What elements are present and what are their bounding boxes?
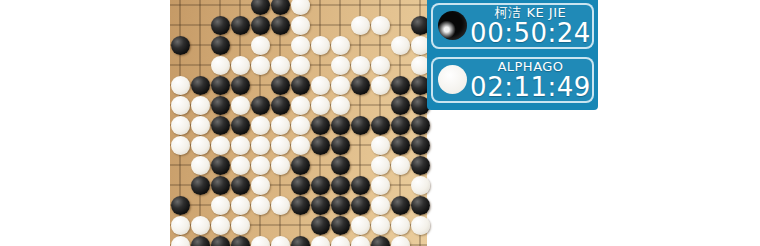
white-stone (171, 76, 190, 95)
black-stone (331, 136, 350, 155)
white-stone (251, 136, 270, 155)
black-stone (411, 156, 430, 175)
white-stone (371, 196, 390, 215)
black-stone (211, 156, 230, 175)
white-stone (191, 96, 210, 115)
black-stone (291, 156, 310, 175)
white-stone (411, 176, 430, 195)
black-stone (271, 16, 290, 35)
white-stone (291, 16, 310, 35)
black-stone (251, 16, 270, 35)
black-stone (291, 76, 310, 95)
white-stone (371, 216, 390, 235)
white-stone (351, 16, 370, 35)
broadcast-screenshot: { "game": "go", "description": "Live bro… (0, 0, 760, 246)
black-stone (211, 236, 230, 246)
white-stone-icon (438, 65, 467, 94)
white-stone (351, 216, 370, 235)
white-stone (171, 216, 190, 235)
white-stone (271, 116, 290, 135)
white-stone (211, 216, 230, 235)
black-stone (351, 76, 370, 95)
white-stone (371, 176, 390, 195)
white-stone (291, 0, 310, 15)
black-stone (351, 196, 370, 215)
black-stone (171, 36, 190, 55)
black-stone (231, 16, 250, 35)
player-clock-black: 00:50:24 (470, 20, 591, 46)
white-stone (331, 76, 350, 95)
black-stone (331, 116, 350, 135)
black-stone (211, 116, 230, 135)
black-stone (351, 176, 370, 195)
white-stone (311, 36, 330, 55)
black-stone (331, 196, 350, 215)
black-stone (351, 116, 370, 135)
black-stone (231, 116, 250, 135)
black-stone (371, 116, 390, 135)
black-stone (291, 196, 310, 215)
player-texts: ALPHAGO 02:11:49 (471, 60, 590, 100)
black-stone (391, 116, 410, 135)
black-stone (311, 196, 330, 215)
black-stone (211, 176, 230, 195)
white-stone (271, 236, 290, 246)
black-stone (291, 236, 310, 246)
white-stone (171, 136, 190, 155)
white-stone (291, 96, 310, 115)
white-stone (171, 116, 190, 135)
white-stone (231, 156, 250, 175)
black-stone (331, 156, 350, 175)
black-stone (391, 136, 410, 155)
black-stone (331, 176, 350, 195)
white-stone (371, 16, 390, 35)
white-stone (291, 116, 310, 135)
white-stone (211, 56, 230, 75)
black-stone (211, 36, 230, 55)
white-stone (171, 236, 190, 246)
white-stone (311, 236, 330, 246)
white-stone (331, 96, 350, 115)
black-stone (391, 196, 410, 215)
white-stone (251, 36, 270, 55)
black-stone (231, 236, 250, 246)
white-stone (171, 96, 190, 115)
white-stone (211, 196, 230, 215)
white-stone (371, 156, 390, 175)
black-stone (391, 96, 410, 115)
black-stone (311, 176, 330, 195)
black-stone (171, 196, 190, 215)
player-texts: 柯洁 KE JIE 00:50:24 (471, 6, 590, 46)
black-stone (311, 136, 330, 155)
black-stone-icon (438, 11, 467, 40)
black-stone (331, 216, 350, 235)
white-stone (231, 196, 250, 215)
black-stone (311, 216, 330, 235)
black-stone (391, 76, 410, 95)
go-board (170, 0, 427, 246)
white-stone (371, 76, 390, 95)
black-stone (271, 0, 290, 15)
white-stone (391, 36, 410, 55)
white-stone (291, 56, 310, 75)
white-stone (351, 236, 370, 246)
white-stone (271, 196, 290, 215)
white-stone (251, 56, 270, 75)
white-stone (251, 176, 270, 195)
black-stone (291, 176, 310, 195)
white-stone (231, 56, 250, 75)
white-stone (351, 56, 370, 75)
white-stone (191, 136, 210, 155)
white-stone (331, 36, 350, 55)
white-stone (251, 196, 270, 215)
black-stone (211, 96, 230, 115)
black-stone (191, 76, 210, 95)
black-stone (211, 76, 230, 95)
white-stone (311, 96, 330, 115)
white-stone (231, 216, 250, 235)
player-panel-white: ALPHAGO 02:11:49 (431, 57, 594, 103)
white-stone (291, 136, 310, 155)
black-stone (231, 76, 250, 95)
black-stone (251, 0, 270, 15)
black-stone (191, 176, 210, 195)
white-stone (271, 56, 290, 75)
white-stone (251, 156, 270, 175)
white-stone (391, 216, 410, 235)
white-stone (371, 136, 390, 155)
black-stone (211, 16, 230, 35)
white-stone (231, 96, 250, 115)
player-panel-black: 柯洁 KE JIE 00:50:24 (431, 3, 594, 49)
black-stone (411, 136, 430, 155)
white-stone (371, 56, 390, 75)
white-stone (291, 36, 310, 55)
white-stone (251, 116, 270, 135)
player-clock-white: 02:11:49 (470, 74, 591, 100)
clock-panel: 柯洁 KE JIE 00:50:24 ALPHAGO 02:11:49 (427, 0, 598, 110)
white-stone (271, 136, 290, 155)
white-stone (411, 216, 430, 235)
black-stone (251, 96, 270, 115)
black-stone (231, 176, 250, 195)
white-stone (191, 216, 210, 235)
white-stone (391, 236, 410, 246)
black-stone (411, 196, 430, 215)
white-stone (391, 156, 410, 175)
white-stone (311, 76, 330, 95)
white-stone (191, 156, 210, 175)
white-stone (251, 236, 270, 246)
black-stone (411, 116, 430, 135)
black-stone (271, 76, 290, 95)
black-stone (271, 96, 290, 115)
black-stone (311, 116, 330, 135)
white-stone (191, 116, 210, 135)
white-stone (211, 136, 230, 155)
black-stone (191, 236, 210, 246)
white-stone (231, 136, 250, 155)
white-stone (331, 236, 350, 246)
white-stone (331, 56, 350, 75)
black-stone (371, 236, 390, 246)
white-stone (271, 156, 290, 175)
